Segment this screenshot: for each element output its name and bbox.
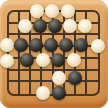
white-stone[interactable] bbox=[18, 19, 32, 33]
go-app-icon bbox=[0, 0, 108, 108]
black-stone[interactable] bbox=[44, 38, 58, 52]
white-stone[interactable] bbox=[0, 38, 14, 52]
white-stone[interactable] bbox=[36, 53, 50, 67]
white-stone[interactable] bbox=[91, 39, 105, 53]
white-stone[interactable] bbox=[61, 4, 75, 18]
black-stone[interactable] bbox=[59, 38, 73, 52]
white-stone[interactable] bbox=[52, 71, 66, 85]
black-stone[interactable] bbox=[74, 38, 88, 52]
black-stone[interactable] bbox=[52, 86, 66, 100]
white-stone[interactable] bbox=[0, 54, 14, 68]
white-stone[interactable] bbox=[30, 4, 44, 18]
stones-layer bbox=[0, 0, 108, 108]
white-stone[interactable] bbox=[36, 86, 50, 100]
black-stone[interactable] bbox=[68, 71, 82, 85]
white-stone[interactable] bbox=[63, 19, 77, 33]
white-stone[interactable] bbox=[45, 4, 59, 18]
white-stone[interactable] bbox=[78, 19, 92, 33]
black-stone[interactable] bbox=[33, 19, 47, 33]
black-stone[interactable] bbox=[48, 19, 62, 33]
black-stone[interactable] bbox=[20, 53, 34, 67]
black-stone[interactable] bbox=[51, 53, 65, 67]
black-stone[interactable] bbox=[14, 38, 28, 52]
black-stone[interactable] bbox=[29, 38, 43, 52]
white-stone[interactable] bbox=[67, 53, 81, 67]
